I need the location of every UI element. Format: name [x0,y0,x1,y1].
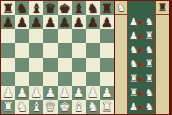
arrow-right-icon: ▶ [139,19,144,25]
move-entry-3[interactable]: ♞▶♞ [128,43,155,57]
arrow-right-icon: ▶ [139,76,144,82]
chess-app-window: ♜♞♝♛♚♝♞♜♟♟♟♟♟♟♟♟♟♟♟♟♟♟♟♟♜♞♝♛♚♝♞♜ ♞ ♟▶♞♟▶… [0,0,172,115]
square-a4[interactable] [1,58,15,72]
square-c8[interactable]: ♝ [29,1,43,15]
square-c1[interactable]: ♝ [29,100,43,114]
square-g5[interactable] [86,43,100,57]
square-a7[interactable]: ♟ [1,15,15,29]
square-b4[interactable] [15,58,29,72]
square-c2[interactable]: ♟ [29,86,43,100]
square-f2[interactable]: ♟ [72,86,86,100]
square-a5[interactable] [1,43,15,57]
piece-black-pawn: ♟ [73,16,85,29]
piece-black-pawn: ♟ [87,16,99,29]
piece-white-knight: ♞ [145,88,154,98]
square-a1[interactable]: ♜ [1,100,15,114]
square-a2[interactable]: ♟ [1,86,15,100]
side-panel: ♞ ♟▶♞♟▶♜♞▶♞♞▶♜♜▶♜♜▶♞♟▶♞ ♜ [114,1,171,114]
square-c3[interactable] [29,72,43,86]
move-entry-1[interactable]: ♟▶♞ [128,15,155,29]
piece-white-rook: ♜ [129,74,138,84]
piece-black-queen: ♛ [45,2,57,15]
move-entry-7[interactable]: ♟▶♞ [128,100,155,114]
square-e2[interactable]: ♟ [58,86,72,100]
chess-board: ♜♞♝♛♚♝♞♜♟♟♟♟♟♟♟♟♟♟♟♟♟♟♟♟♜♞♝♛♚♝♞♜ [1,1,114,114]
piece-black-pawn: ♟ [2,16,14,29]
move-panel-column: ♟▶♞♟▶♜♞▶♞♞▶♜♜▶♜♜▶♞♟▶♞ [127,1,156,114]
square-e1[interactable]: ♚ [58,100,72,114]
square-d4[interactable] [43,58,57,72]
piece-white-pawn: ♟ [73,86,85,99]
piece-white-knight: ♞ [129,59,138,69]
piece-white-knight: ♞ [129,45,138,55]
piece-white-pawn: ♟ [45,86,57,99]
square-g3[interactable] [86,72,100,86]
square-f7[interactable]: ♟ [72,15,86,29]
left-tray-column: ♞ [114,1,127,114]
square-f4[interactable] [72,58,86,72]
square-d3[interactable] [43,72,57,86]
square-c6[interactable] [29,29,43,43]
square-b6[interactable] [15,29,29,43]
piece-black-bishop: ♝ [73,2,85,15]
piece-black-pawn: ♟ [101,16,113,29]
square-b5[interactable] [15,43,29,57]
arrow-right-icon: ▶ [139,33,144,39]
square-h8[interactable]: ♜ [100,1,114,15]
piece-black-pawn: ♟ [30,16,42,29]
piece-white-king: ♚ [59,100,71,113]
move-entry-4[interactable]: ♞▶♜ [128,57,155,71]
square-g4[interactable] [86,58,100,72]
square-a6[interactable] [1,29,15,43]
square-h7[interactable]: ♟ [100,15,114,29]
piece-black-bishop: ♝ [30,2,42,15]
square-h5[interactable] [100,43,114,57]
square-g6[interactable] [86,29,100,43]
piece-white-pawn: ♟ [129,17,138,27]
square-a3[interactable] [1,72,15,86]
square-g1[interactable]: ♞ [86,100,100,114]
square-d1[interactable]: ♛ [43,100,57,114]
tray-cell-white[interactable]: ♞ [115,1,127,15]
piece-white-rook: ♜ [129,88,138,98]
piece-black-knight: ♞ [87,2,99,15]
piece-white-pawn: ♟ [16,86,28,99]
square-h3[interactable] [100,72,114,86]
arrow-right-icon: ▶ [139,47,144,53]
piece-white-rook: ♜ [145,59,154,69]
square-g2[interactable]: ♟ [86,86,100,100]
piece-white-knight: ♞ [145,45,154,55]
move-entry-5[interactable]: ♜▶♜ [128,71,155,85]
square-d2[interactable]: ♟ [43,86,57,100]
piece-white-knight: ♞ [87,100,99,113]
square-d8[interactable]: ♛ [43,1,57,15]
square-d6[interactable] [43,29,57,43]
square-d5[interactable] [43,43,57,57]
square-f3[interactable] [72,72,86,86]
square-h2[interactable]: ♟ [100,86,114,100]
square-e5[interactable] [58,43,72,57]
square-f6[interactable] [72,29,86,43]
square-c4[interactable] [29,58,43,72]
square-g7[interactable]: ♟ [86,15,100,29]
square-b8[interactable]: ♞ [15,1,29,15]
piece-white-knight: ♞ [16,100,28,113]
piece-white-pawn: ♟ [129,31,138,41]
piece-white-pawn: ♟ [101,86,113,99]
square-h6[interactable] [100,29,114,43]
square-h1[interactable]: ♜ [100,100,114,114]
piece-white-rook: ♜ [2,100,14,113]
piece-black-pawn: ♟ [45,16,57,29]
piece-white-pawn: ♟ [59,86,71,99]
right-tray-column: ♜ [156,1,171,114]
piece-white-rook: ♜ [101,100,113,113]
move-entry-2[interactable]: ♟▶♜ [128,29,155,43]
square-b3[interactable] [15,72,29,86]
piece-black-king: ♚ [59,2,71,15]
move-entry-6[interactable]: ♜▶♞ [128,86,155,100]
piece-white-bishop: ♝ [73,100,85,113]
piece-white-pawn: ♟ [87,86,99,99]
arrow-right-icon: ▶ [139,90,144,96]
square-e7[interactable]: ♟ [58,15,72,29]
arrow-right-icon: ▶ [139,104,144,110]
piece-white-rook: ♜ [145,74,154,84]
piece-white-queen: ♛ [45,100,57,113]
square-b1[interactable]: ♞ [15,100,29,114]
square-c5[interactable] [29,43,43,57]
square-f1[interactable]: ♝ [72,100,86,114]
square-e3[interactable] [58,72,72,86]
arrow-right-icon: ▶ [139,61,144,67]
square-c7[interactable]: ♟ [29,15,43,29]
square-f5[interactable] [72,43,86,57]
piece-white-knight: ♞ [117,3,126,13]
square-a8[interactable]: ♜ [1,1,15,15]
move-panel-spacer [128,1,155,15]
square-d7[interactable]: ♟ [43,15,57,29]
square-b7[interactable]: ♟ [15,15,29,29]
piece-white-pawn: ♟ [129,102,138,112]
square-e4[interactable] [58,58,72,72]
piece-white-knight: ♞ [145,17,154,27]
square-e6[interactable] [58,29,72,43]
square-g8[interactable]: ♞ [86,1,100,15]
piece-white-knight: ♞ [145,102,154,112]
piece-white-rook: ♜ [145,31,154,41]
square-b2[interactable]: ♟ [15,86,29,100]
piece-white-pawn: ♟ [2,86,14,99]
piece-black-pawn: ♟ [16,16,28,29]
piece-white-bishop: ♝ [30,100,42,113]
piece-black-knight: ♞ [16,2,28,15]
square-h4[interactable] [100,58,114,72]
square-e8[interactable]: ♚ [58,1,72,15]
square-f8[interactable]: ♝ [72,1,86,15]
piece-black-rook: ♜ [158,3,167,13]
piece-white-pawn: ♟ [30,86,42,99]
piece-black-rook: ♜ [2,2,14,15]
piece-black-rook: ♜ [101,2,113,15]
piece-black-pawn: ♟ [59,16,71,29]
tray-cell-black[interactable]: ♜ [156,1,169,15]
